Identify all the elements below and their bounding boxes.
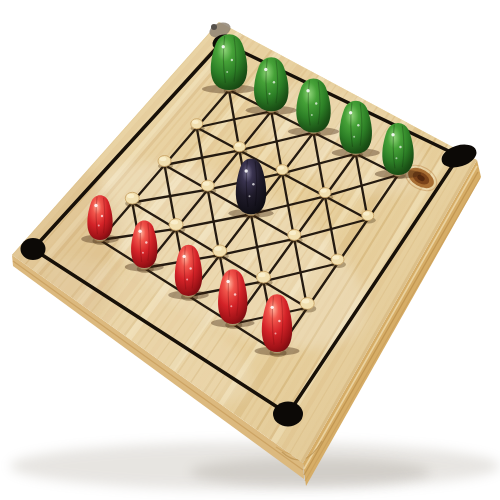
board-photo [0, 0, 500, 500]
piece-glint [349, 111, 352, 114]
peg-highlight [214, 246, 221, 251]
piece-glint [278, 320, 280, 322]
piece-glint [275, 332, 277, 334]
piece-glint [189, 267, 191, 269]
piece-glint [230, 305, 232, 307]
piece-glint [306, 89, 309, 92]
piece-glint [395, 157, 397, 159]
peg-highlight [235, 143, 241, 147]
piece-glint [186, 279, 188, 281]
piece-glint [399, 146, 401, 148]
peg-highlight [192, 120, 198, 124]
piece-glint [138, 230, 141, 233]
piece-glint [94, 204, 97, 207]
piece-glint [98, 225, 100, 227]
peg-highlight [160, 157, 167, 161]
piece-glint [252, 183, 254, 185]
piece-glint [101, 215, 103, 217]
peg-highlight [363, 212, 369, 216]
piece-glint [234, 293, 236, 295]
peg-highlight [171, 220, 178, 225]
piece-glint [249, 195, 251, 197]
peg-highlight [203, 182, 210, 186]
piece-glint [353, 136, 355, 138]
piece-glint [391, 133, 394, 136]
piece-glint [315, 102, 317, 104]
peg-highlight [333, 255, 340, 259]
piece-glint [226, 280, 229, 283]
piece-glint [142, 252, 144, 254]
peg-highlight [289, 231, 296, 235]
piece-glint [226, 71, 228, 73]
piece-glint [145, 241, 147, 243]
piece-glint [357, 124, 359, 126]
peg-highlight [278, 166, 284, 170]
corner-dot-bottom [273, 402, 303, 427]
piece-glint [231, 59, 233, 61]
game-board [0, 0, 500, 500]
piece-glint [269, 93, 271, 95]
piece-glint [311, 114, 313, 116]
peg-highlight [320, 189, 326, 193]
peg-highlight [258, 273, 265, 278]
piece-glint [182, 255, 185, 258]
piece-glint [271, 306, 274, 309]
piece-glint [222, 45, 225, 48]
board-shadow [10, 442, 500, 490]
piece-glint [264, 68, 267, 71]
piece-glint [273, 81, 275, 83]
peg-highlight [302, 299, 309, 304]
piece-glint [245, 169, 248, 172]
corner-dot-left [21, 238, 46, 260]
peg-highlight [127, 194, 134, 199]
